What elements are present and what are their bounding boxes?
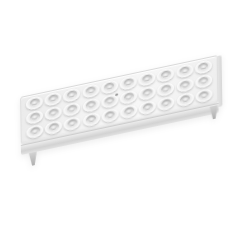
pit[interactable]	[195, 74, 212, 90]
board-photo-scene	[0, 0, 231, 231]
pit[interactable]	[177, 78, 194, 94]
pit[interactable]	[158, 82, 175, 98]
pit[interactable]	[27, 124, 44, 140]
pit[interactable]	[120, 75, 137, 91]
pit[interactable]	[139, 86, 156, 102]
pit[interactable]	[45, 106, 62, 122]
pit[interactable]	[101, 79, 118, 95]
pit[interactable]	[196, 88, 213, 104]
pit[interactable]	[120, 90, 137, 106]
pit[interactable]	[64, 102, 81, 118]
tray-right-wall	[218, 55, 223, 107]
pit[interactable]	[120, 104, 137, 120]
pit[interactable]	[45, 91, 62, 107]
pit[interactable]	[82, 83, 99, 99]
pit[interactable]	[177, 92, 194, 108]
pit[interactable]	[158, 96, 175, 112]
pit[interactable]	[64, 116, 81, 132]
pit[interactable]	[45, 120, 62, 136]
pit[interactable]	[26, 95, 43, 111]
pit[interactable]	[26, 110, 43, 126]
pit[interactable]	[83, 98, 100, 114]
pit[interactable]	[102, 108, 119, 124]
pit[interactable]	[176, 63, 193, 79]
pit[interactable]	[139, 71, 156, 87]
pit[interactable]	[157, 67, 174, 83]
pit[interactable]	[64, 87, 81, 103]
pit[interactable]	[83, 112, 100, 128]
pit[interactable]	[139, 100, 156, 116]
tray-foot-left	[29, 152, 37, 167]
pit[interactable]	[195, 59, 212, 75]
pit-tray-board	[20, 55, 218, 145]
